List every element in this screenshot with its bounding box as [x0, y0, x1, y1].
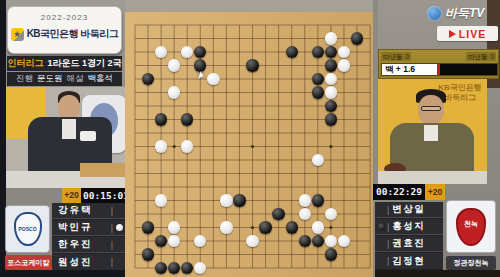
white-stone-marker-icon	[116, 224, 123, 231]
white-stone	[155, 140, 167, 152]
estimate-black-segment	[440, 64, 497, 75]
commentator-name: 백홍석	[88, 73, 114, 85]
left-team-name: 포스코케미칼	[5, 255, 52, 270]
right-player-shirt	[424, 125, 438, 141]
right-table	[378, 171, 487, 184]
right-player-glasses	[421, 106, 441, 111]
host-label: 진행	[16, 73, 33, 85]
right-team-roster: | 변상일 | 홍성지 | 권효진 | 김정현	[375, 202, 443, 270]
black-stone	[233, 194, 245, 206]
right-roster-row-active: | 홍성지	[375, 219, 443, 235]
white-stone	[312, 221, 324, 233]
live-label: LIVE	[459, 28, 486, 40]
live-badge: LIVE	[437, 26, 498, 41]
white-stone	[246, 235, 258, 247]
right-roster-row: | 권효진	[375, 236, 443, 252]
left-clock-row: +20 00:15:01	[6, 188, 125, 203]
black-stone	[142, 221, 154, 233]
white-stone	[220, 221, 232, 233]
player-name: 변상일	[389, 203, 443, 216]
stage-label: 인터리그	[7, 57, 43, 70]
round-info-bar: 인터리그 1라운드 1경기 2국	[7, 56, 122, 71]
black-stone-marker-icon	[378, 223, 385, 230]
black-stone	[286, 221, 298, 233]
black-stone	[155, 113, 167, 125]
black-stone	[325, 248, 337, 260]
channel-logo: 바둑TV	[427, 3, 497, 23]
black-stone	[142, 248, 154, 260]
player-name: 홍성지	[389, 220, 443, 233]
left-player-shirt	[62, 119, 76, 139]
left-goban-edge	[80, 163, 125, 177]
white-stone	[181, 140, 193, 152]
right-overtime-badge: +20	[425, 184, 445, 200]
right-team-shield-icon: 천녹	[456, 208, 486, 246]
league-years: 2022-2023	[8, 13, 121, 22]
player-name: 김정현	[389, 255, 443, 268]
left-roster-row: 원성진 |	[52, 254, 125, 270]
league-title-card: 2022-2023 ★ KB국민은행 바둑리그	[7, 6, 122, 54]
player-name: 한우진	[52, 238, 111, 251]
black-stone	[325, 59, 337, 71]
white-stone	[168, 86, 180, 98]
player-name: 권효진	[389, 237, 443, 250]
white-stone	[338, 59, 350, 71]
go-board	[125, 0, 373, 277]
right-roster-row: | 김정현	[375, 253, 443, 269]
black-stone	[259, 221, 271, 233]
host-name: 문도원	[37, 73, 63, 85]
kb-logo-icon: ★	[11, 28, 24, 41]
white-stone	[155, 194, 167, 206]
black-stone	[299, 235, 311, 247]
left-team-roster: 강유택 | 박민규 | 한우진 | 원성진 |	[52, 203, 125, 270]
bottom-left-strip	[0, 270, 125, 277]
bottom-right-strip	[375, 270, 500, 277]
right-clock-row: 00:22:29 +20	[373, 184, 500, 200]
black-stone	[272, 208, 284, 220]
white-stone	[220, 194, 232, 206]
commentary-bar: 진행 문도원 해설 백홍석	[7, 72, 122, 86]
captured-stones-black: 따낸돌0	[466, 52, 496, 61]
white-stone	[325, 32, 337, 44]
black-stone	[351, 32, 363, 44]
channel-name: 바둑TV	[445, 5, 484, 22]
live-arrow-icon	[449, 30, 456, 38]
white-stone	[168, 59, 180, 71]
round-info: 1라운드 1경기 2국	[47, 57, 121, 70]
white-stone	[299, 208, 311, 220]
black-stone	[246, 59, 258, 71]
left-team-logo: POSCO	[5, 205, 50, 253]
player-name: 원성진	[52, 256, 111, 269]
white-stone	[168, 221, 180, 233]
white-stone	[207, 73, 219, 85]
commentator-label: 해설	[67, 73, 84, 85]
white-stone	[325, 86, 337, 98]
left-overtime-badge: +20	[62, 188, 81, 203]
estimate-value: 백 + 1.6	[382, 64, 437, 75]
channel-logo-icon	[427, 6, 442, 21]
left-player-camera	[6, 87, 125, 188]
ai-score-panel: 따낸돌0 따낸돌0 백 + 1.6	[378, 49, 499, 79]
left-roster-row-active: 박민규 |	[52, 220, 125, 236]
right-roster-row: | 변상일	[375, 202, 443, 218]
left-player-nametag	[80, 131, 96, 141]
right-player-camera: KB국민은행 바둑리그	[378, 79, 487, 184]
black-stone	[325, 113, 337, 125]
right-team-name: 정관장천녹	[446, 256, 496, 270]
player-name: 박민규	[52, 221, 111, 234]
white-stone	[299, 194, 311, 206]
right-team-logo: 천녹	[446, 200, 496, 253]
broadcast-frame: 2022-2023 ★ KB국민은행 바둑리그 인터리그 1라운드 1경기 2국…	[0, 0, 500, 277]
black-stone	[181, 113, 193, 125]
black-stone	[286, 46, 298, 58]
league-name: KB국민은행 바둑리그	[27, 27, 119, 41]
left-roster-row: 한우진 |	[52, 237, 125, 253]
right-clock: 00:22:29	[373, 184, 425, 200]
score-estimate-bar: 백 + 1.6	[381, 63, 498, 76]
black-stone	[312, 86, 324, 98]
player-name: 강유택	[52, 204, 111, 217]
left-clock: 00:15:01	[81, 188, 131, 203]
black-stone	[312, 194, 324, 206]
left-roster-row: 강유택 |	[52, 203, 125, 219]
left-team-shield-icon: POSCO	[14, 212, 42, 246]
captured-stones-white: 따낸돌0	[381, 52, 411, 61]
